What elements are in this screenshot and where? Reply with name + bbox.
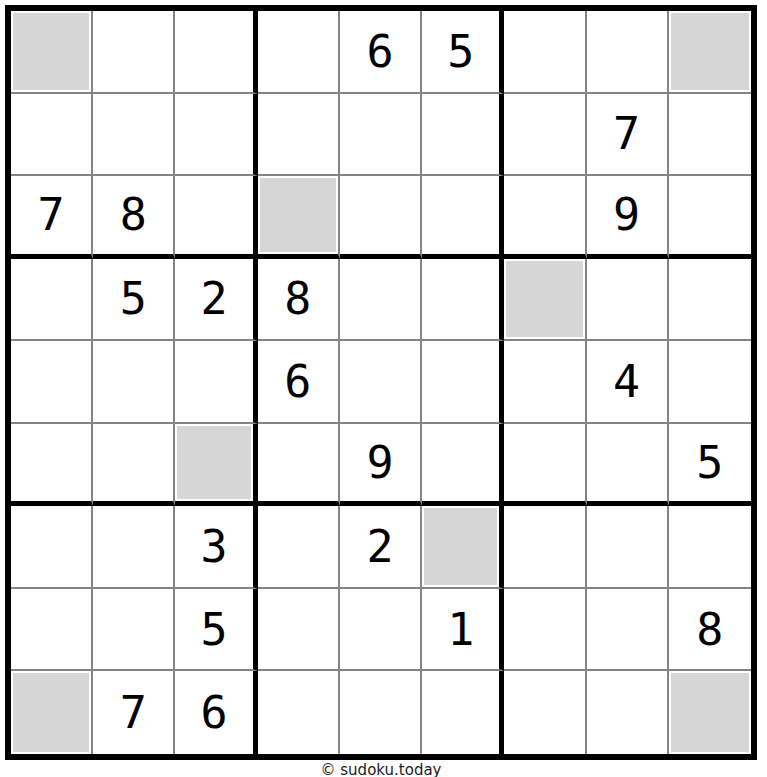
cell-r2c9[interactable] (669, 94, 751, 177)
cell-r9c2[interactable]: 7 (93, 671, 175, 754)
given-digit: 6 (284, 359, 311, 404)
shaded-cell-marker (13, 673, 89, 752)
cell-r9c3[interactable]: 6 (175, 671, 257, 754)
given-digit: 8 (284, 276, 311, 321)
cell-r1c1[interactable] (11, 11, 93, 94)
given-digit: 5 (447, 29, 474, 74)
cell-r5c7[interactable] (504, 341, 586, 424)
cell-r1c7[interactable] (504, 11, 586, 94)
given-digit: 2 (201, 276, 228, 321)
given-digit: 5 (120, 276, 147, 321)
cell-r9c8[interactable] (587, 671, 669, 754)
shaded-cell-marker (671, 13, 749, 90)
cell-r4c1[interactable] (11, 259, 93, 342)
cell-r8c1[interactable] (11, 589, 93, 672)
cell-r7c7[interactable] (504, 506, 586, 589)
given-digit: 7 (38, 192, 65, 237)
cell-r3c1[interactable]: 7 (11, 176, 93, 259)
given-digit: 9 (613, 192, 640, 237)
cell-r3c8[interactable]: 9 (587, 176, 669, 259)
cell-r4c4[interactable]: 8 (258, 259, 340, 342)
cell-r6c1[interactable] (11, 424, 93, 507)
cell-r3c9[interactable] (669, 176, 751, 259)
given-digit: 7 (613, 111, 640, 156)
cell-r3c7[interactable] (504, 176, 586, 259)
cell-r7c8[interactable] (587, 506, 669, 589)
given-digit: 4 (613, 359, 640, 404)
given-digit: 3 (201, 524, 228, 569)
cell-r1c6[interactable]: 5 (422, 11, 504, 94)
cell-r1c4[interactable] (258, 11, 340, 94)
cell-r3c3[interactable] (175, 176, 257, 259)
cell-r7c9[interactable] (669, 506, 751, 589)
cell-r7c5[interactable]: 2 (340, 506, 422, 589)
cell-r8c7[interactable] (504, 589, 586, 672)
cell-r5c2[interactable] (93, 341, 175, 424)
given-digit: 7 (120, 690, 147, 735)
cell-r5c8[interactable]: 4 (587, 341, 669, 424)
cell-r5c3[interactable] (175, 341, 257, 424)
cell-r7c6[interactable] (422, 506, 504, 589)
cell-r8c6[interactable]: 1 (422, 589, 504, 672)
cell-r8c5[interactable] (340, 589, 422, 672)
cell-r8c4[interactable] (258, 589, 340, 672)
given-digit: 9 (366, 440, 393, 485)
cell-r6c5[interactable]: 9 (340, 424, 422, 507)
cell-r6c9[interactable]: 5 (669, 424, 751, 507)
given-digit: 5 (696, 440, 723, 485)
given-digit: 2 (366, 524, 393, 569)
cell-r3c2[interactable]: 8 (93, 176, 175, 259)
cell-r2c4[interactable] (258, 94, 340, 177)
cell-r9c6[interactable] (422, 671, 504, 754)
sudoku-page: 65778952864953251876 © sudoku.today (0, 0, 767, 777)
cell-r2c6[interactable] (422, 94, 504, 177)
given-digit: 1 (447, 607, 474, 652)
cell-r8c8[interactable] (587, 589, 669, 672)
cell-r2c5[interactable] (340, 94, 422, 177)
cell-r4c9[interactable] (669, 259, 751, 342)
cell-r7c4[interactable] (258, 506, 340, 589)
cell-r5c9[interactable] (669, 341, 751, 424)
cell-r3c6[interactable] (422, 176, 504, 259)
cell-r5c4[interactable]: 6 (258, 341, 340, 424)
cell-r4c8[interactable] (587, 259, 669, 342)
cell-r6c8[interactable] (587, 424, 669, 507)
given-digit: 6 (366, 29, 393, 74)
cell-r1c8[interactable] (587, 11, 669, 94)
cell-r4c6[interactable] (422, 259, 504, 342)
cell-r9c7[interactable] (504, 671, 586, 754)
cell-r5c5[interactable] (340, 341, 422, 424)
cell-r1c5[interactable]: 6 (340, 11, 422, 94)
cell-r6c2[interactable] (93, 424, 175, 507)
shaded-cell-marker (13, 13, 89, 90)
shaded-cell-marker (177, 426, 250, 500)
shaded-cell-marker (424, 508, 497, 585)
cell-r7c1[interactable] (11, 506, 93, 589)
cell-r4c7[interactable] (504, 259, 586, 342)
cell-r1c3[interactable] (175, 11, 257, 94)
footer-credit: © sudoku.today (5, 761, 757, 777)
cell-r4c2[interactable]: 5 (93, 259, 175, 342)
cell-r5c1[interactable] (11, 341, 93, 424)
cell-r8c9[interactable]: 8 (669, 589, 751, 672)
cell-r6c3[interactable] (175, 424, 257, 507)
shaded-cell-marker (506, 261, 582, 338)
cell-r7c3[interactable]: 3 (175, 506, 257, 589)
cell-r9c1[interactable] (11, 671, 93, 754)
cell-r2c7[interactable] (504, 94, 586, 177)
cell-r2c2[interactable] (93, 94, 175, 177)
cell-r3c5[interactable] (340, 176, 422, 259)
cell-r4c3[interactable]: 2 (175, 259, 257, 342)
cell-r8c3[interactable]: 5 (175, 589, 257, 672)
cell-r2c8[interactable]: 7 (587, 94, 669, 177)
cell-r7c2[interactable] (93, 506, 175, 589)
shaded-cell-marker (260, 178, 336, 252)
cell-r1c2[interactable] (93, 11, 175, 94)
shaded-cell-marker (671, 673, 749, 752)
cell-r8c2[interactable] (93, 589, 175, 672)
sudoku-board: 65778952864953251876 (5, 5, 757, 760)
cell-r5c6[interactable] (422, 341, 504, 424)
given-digit: 8 (120, 192, 147, 237)
given-digit: 8 (696, 607, 723, 652)
cell-r6c7[interactable] (504, 424, 586, 507)
cell-r4c5[interactable] (340, 259, 422, 342)
given-digit: 6 (201, 690, 228, 735)
cell-r2c3[interactable] (175, 94, 257, 177)
cell-r2c1[interactable] (11, 94, 93, 177)
cell-r6c6[interactable] (422, 424, 504, 507)
cell-r9c9[interactable] (669, 671, 751, 754)
cell-r9c4[interactable] (258, 671, 340, 754)
cell-r3c4[interactable] (258, 176, 340, 259)
cell-r6c4[interactable] (258, 424, 340, 507)
given-digit: 5 (201, 607, 228, 652)
cell-r9c5[interactable] (340, 671, 422, 754)
cell-r1c9[interactable] (669, 11, 751, 94)
